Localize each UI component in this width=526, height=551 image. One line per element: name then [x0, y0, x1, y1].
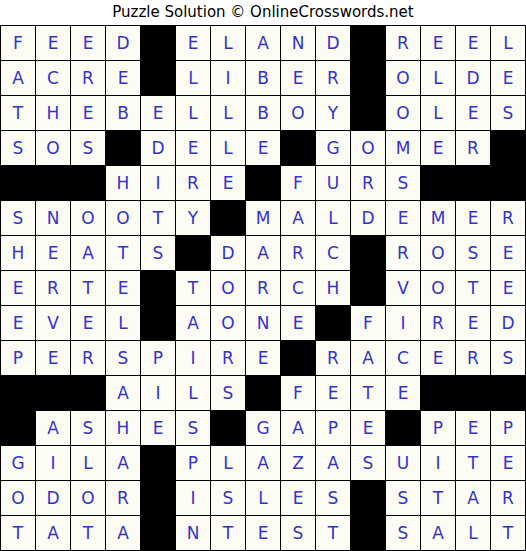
- letter-cell: L: [211, 96, 245, 130]
- letter-cell: E: [456, 411, 490, 445]
- crossword-grid: FEEDELANDREELACRELIBEROLDETHEBELLBOYOLES…: [0, 25, 526, 551]
- letter-cell: E: [36, 26, 70, 60]
- letter-cell: O: [421, 236, 455, 270]
- letter-cell: T: [1, 96, 35, 130]
- letter-cell: M: [246, 201, 280, 235]
- letter-cell: E: [1, 306, 35, 340]
- letter-cell: P: [421, 411, 455, 445]
- letter-cell: A: [36, 411, 70, 445]
- letter-cell: R: [281, 236, 315, 270]
- letter-cell: M: [421, 201, 455, 235]
- letter-cell: H: [106, 411, 140, 445]
- letter-cell: S: [211, 481, 245, 515]
- letter-cell: D: [316, 26, 350, 60]
- letter-cell: O: [386, 96, 420, 130]
- letter-cell: T: [1, 516, 35, 550]
- letter-cell: E: [456, 201, 490, 235]
- letter-cell: L: [211, 26, 245, 60]
- letter-cell: O: [71, 201, 105, 235]
- black-cell: [71, 166, 105, 200]
- black-cell: [351, 61, 385, 95]
- letter-cell: D: [106, 26, 140, 60]
- letter-cell: O: [211, 306, 245, 340]
- black-cell: [246, 376, 280, 410]
- letter-cell: S: [456, 236, 490, 270]
- letter-cell: T: [71, 516, 105, 550]
- letter-cell: L: [316, 201, 350, 235]
- letter-cell: L: [456, 516, 490, 550]
- black-cell: [106, 131, 140, 165]
- letter-cell: A: [1, 61, 35, 95]
- black-cell: [421, 166, 455, 200]
- letter-cell: A: [246, 26, 280, 60]
- black-cell: [281, 131, 315, 165]
- black-cell: [316, 306, 350, 340]
- letter-cell: A: [246, 236, 280, 270]
- letter-cell: I: [36, 446, 70, 480]
- black-cell: [351, 516, 385, 550]
- letter-cell: E: [281, 61, 315, 95]
- letter-cell: O: [36, 131, 70, 165]
- letter-cell: T: [71, 271, 105, 305]
- letter-cell: E: [456, 26, 490, 60]
- letter-cell: S: [1, 131, 35, 165]
- letter-cell: E: [491, 61, 525, 95]
- letter-cell: L: [176, 376, 210, 410]
- letter-cell: A: [106, 376, 140, 410]
- letter-cell: I: [211, 61, 245, 95]
- letter-cell: A: [106, 516, 140, 550]
- letter-cell: R: [316, 61, 350, 95]
- letter-cell: E: [176, 26, 210, 60]
- black-cell: [281, 341, 315, 375]
- letter-cell: E: [351, 411, 385, 445]
- black-cell: [456, 376, 490, 410]
- letter-cell: E: [456, 96, 490, 130]
- letter-cell: T: [316, 516, 350, 550]
- letter-cell: A: [246, 446, 280, 480]
- letter-cell: R: [71, 341, 105, 375]
- letter-cell: A: [176, 306, 210, 340]
- letter-cell: E: [386, 201, 420, 235]
- letter-cell: O: [351, 131, 385, 165]
- letter-cell: E: [281, 306, 315, 340]
- letter-cell: F: [1, 26, 35, 60]
- letter-cell: C: [36, 61, 70, 95]
- letter-cell: R: [386, 236, 420, 270]
- letter-cell: E: [246, 516, 280, 550]
- letter-cell: H: [316, 271, 350, 305]
- letter-cell: S: [491, 341, 525, 375]
- letter-cell: L: [491, 26, 525, 60]
- letter-cell: E: [106, 271, 140, 305]
- letter-cell: A: [456, 481, 490, 515]
- letter-cell: P: [316, 411, 350, 445]
- letter-cell: O: [211, 271, 245, 305]
- letter-cell: V: [36, 306, 70, 340]
- black-cell: [351, 271, 385, 305]
- letter-cell: S: [71, 411, 105, 445]
- letter-cell: N: [246, 306, 280, 340]
- black-cell: [456, 166, 490, 200]
- letter-cell: I: [421, 446, 455, 480]
- letter-cell: A: [421, 516, 455, 550]
- black-cell: [386, 411, 420, 445]
- letter-cell: R: [421, 306, 455, 340]
- letter-cell: A: [36, 516, 70, 550]
- letter-cell: P: [491, 411, 525, 445]
- letter-cell: E: [456, 306, 490, 340]
- letter-cell: R: [456, 131, 490, 165]
- letter-cell: E: [141, 96, 175, 130]
- letter-cell: O: [1, 481, 35, 515]
- letter-cell: L: [421, 61, 455, 95]
- letter-cell: E: [491, 446, 525, 480]
- letter-cell: E: [1, 271, 35, 305]
- letter-cell: E: [316, 376, 350, 410]
- letter-cell: L: [71, 446, 105, 480]
- letter-cell: G: [316, 131, 350, 165]
- letter-cell: E: [71, 96, 105, 130]
- letter-cell: L: [176, 96, 210, 130]
- letter-cell: R: [456, 341, 490, 375]
- letter-cell: S: [281, 516, 315, 550]
- letter-cell: R: [211, 341, 245, 375]
- black-cell: [141, 446, 175, 480]
- letter-cell: E: [36, 341, 70, 375]
- black-cell: [351, 26, 385, 60]
- letter-cell: O: [71, 481, 105, 515]
- letter-cell: A: [281, 411, 315, 445]
- letter-cell: T: [176, 271, 210, 305]
- letter-cell: A: [71, 236, 105, 270]
- letter-cell: E: [36, 236, 70, 270]
- letter-cell: S: [1, 201, 35, 235]
- letter-cell: C: [281, 271, 315, 305]
- letter-cell: R: [351, 166, 385, 200]
- black-cell: [141, 26, 175, 60]
- black-cell: [421, 376, 455, 410]
- black-cell: [141, 516, 175, 550]
- letter-cell: I: [176, 341, 210, 375]
- letter-cell: N: [176, 516, 210, 550]
- black-cell: [141, 481, 175, 515]
- letter-cell: F: [281, 376, 315, 410]
- letter-cell: E: [421, 341, 455, 375]
- black-cell: [1, 166, 35, 200]
- letter-cell: T: [421, 481, 455, 515]
- black-cell: [246, 166, 280, 200]
- black-cell: [141, 61, 175, 95]
- letter-cell: R: [176, 166, 210, 200]
- letter-cell: T: [456, 446, 490, 480]
- letter-cell: V: [386, 271, 420, 305]
- letter-cell: Y: [176, 201, 210, 235]
- black-cell: [211, 411, 245, 445]
- letter-cell: D: [211, 236, 245, 270]
- letter-cell: D: [491, 306, 525, 340]
- letter-cell: S: [106, 341, 140, 375]
- letter-cell: S: [491, 96, 525, 130]
- letter-cell: E: [281, 481, 315, 515]
- letter-cell: C: [386, 341, 420, 375]
- black-cell: [351, 236, 385, 270]
- letter-cell: A: [106, 446, 140, 480]
- letter-cell: I: [176, 481, 210, 515]
- letter-cell: G: [246, 411, 280, 445]
- letter-cell: R: [106, 481, 140, 515]
- letter-cell: L: [211, 131, 245, 165]
- letter-cell: Y: [316, 96, 350, 130]
- letter-cell: P: [176, 446, 210, 480]
- letter-cell: S: [176, 411, 210, 445]
- letter-cell: E: [491, 271, 525, 305]
- letter-cell: E: [386, 376, 420, 410]
- letter-cell: O: [386, 61, 420, 95]
- black-cell: [1, 376, 35, 410]
- letter-cell: S: [71, 131, 105, 165]
- letter-cell: D: [351, 201, 385, 235]
- letter-cell: P: [1, 341, 35, 375]
- letter-cell: D: [456, 61, 490, 95]
- letter-cell: A: [351, 341, 385, 375]
- letter-cell: T: [491, 516, 525, 550]
- letter-cell: B: [246, 96, 280, 130]
- letter-cell: E: [176, 131, 210, 165]
- letter-cell: M: [386, 131, 420, 165]
- letter-cell: D: [141, 131, 175, 165]
- letter-cell: E: [71, 26, 105, 60]
- black-cell: [351, 481, 385, 515]
- letter-cell: N: [281, 26, 315, 60]
- letter-cell: L: [176, 61, 210, 95]
- letter-cell: S: [211, 376, 245, 410]
- letter-cell: E: [141, 411, 175, 445]
- letter-cell: B: [246, 61, 280, 95]
- letter-cell: P: [141, 341, 175, 375]
- letter-cell: R: [491, 201, 525, 235]
- letter-cell: H: [1, 236, 35, 270]
- letter-cell: L: [211, 446, 245, 480]
- black-cell: [491, 131, 525, 165]
- letter-cell: G: [1, 446, 35, 480]
- black-cell: [1, 411, 35, 445]
- black-cell: [36, 376, 70, 410]
- letter-cell: L: [106, 306, 140, 340]
- letter-cell: C: [316, 236, 350, 270]
- letter-cell: N: [36, 201, 70, 235]
- letter-cell: F: [351, 306, 385, 340]
- letter-cell: R: [386, 26, 420, 60]
- letter-cell: I: [141, 376, 175, 410]
- page-title: Puzzle Solution © OnlineCrosswords.net: [0, 0, 526, 25]
- letter-cell: D: [36, 481, 70, 515]
- letter-cell: L: [246, 481, 280, 515]
- letter-cell: O: [281, 96, 315, 130]
- letter-cell: S: [141, 236, 175, 270]
- letter-cell: R: [36, 271, 70, 305]
- letter-cell: T: [211, 516, 245, 550]
- black-cell: [491, 166, 525, 200]
- letter-cell: T: [351, 376, 385, 410]
- letter-cell: R: [316, 341, 350, 375]
- letter-cell: R: [491, 481, 525, 515]
- letter-cell: O: [421, 271, 455, 305]
- letter-cell: S: [351, 446, 385, 480]
- letter-cell: R: [71, 61, 105, 95]
- black-cell: [211, 201, 245, 235]
- letter-cell: T: [456, 271, 490, 305]
- letter-cell: H: [106, 166, 140, 200]
- letter-cell: E: [106, 61, 140, 95]
- letter-cell: A: [281, 201, 315, 235]
- letter-cell: U: [386, 446, 420, 480]
- black-cell: [491, 376, 525, 410]
- letter-cell: U: [316, 166, 350, 200]
- letter-cell: E: [246, 341, 280, 375]
- letter-cell: F: [281, 166, 315, 200]
- letter-cell: S: [386, 481, 420, 515]
- letter-cell: B: [106, 96, 140, 130]
- letter-cell: E: [421, 131, 455, 165]
- black-cell: [176, 236, 210, 270]
- letter-cell: T: [106, 236, 140, 270]
- letter-cell: I: [386, 306, 420, 340]
- letter-cell: S: [316, 481, 350, 515]
- letter-cell: S: [386, 166, 420, 200]
- letter-cell: R: [246, 271, 280, 305]
- letter-cell: O: [106, 201, 140, 235]
- black-cell: [351, 96, 385, 130]
- letter-cell: E: [71, 306, 105, 340]
- letter-cell: E: [246, 131, 280, 165]
- letter-cell: S: [386, 516, 420, 550]
- letter-cell: L: [421, 96, 455, 130]
- black-cell: [71, 376, 105, 410]
- black-cell: [141, 271, 175, 305]
- letter-cell: E: [491, 236, 525, 270]
- letter-cell: T: [141, 201, 175, 235]
- letter-cell: I: [141, 166, 175, 200]
- letter-cell: H: [36, 96, 70, 130]
- letter-cell: E: [211, 166, 245, 200]
- letter-cell: E: [421, 26, 455, 60]
- letter-cell: A: [316, 446, 350, 480]
- letter-cell: Z: [281, 446, 315, 480]
- black-cell: [36, 166, 70, 200]
- black-cell: [141, 306, 175, 340]
